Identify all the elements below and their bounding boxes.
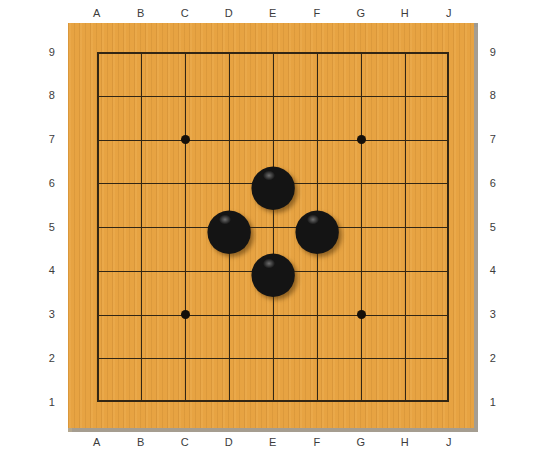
black-stone-d5: ● xyxy=(207,205,251,249)
go-board: ●●●● xyxy=(68,23,474,428)
column-label-top-g: G xyxy=(350,7,372,20)
star-point-g7 xyxy=(357,135,366,144)
grid-line-vertical xyxy=(405,52,406,402)
row-label-left-2: 2 xyxy=(41,352,63,365)
row-label-right-4: 4 xyxy=(482,264,504,277)
row-label-right-6: 6 xyxy=(482,177,504,190)
grid-line-vertical xyxy=(361,52,362,402)
row-label-right-1: 1 xyxy=(482,396,504,409)
grid-line-vertical xyxy=(447,52,449,402)
row-label-left-8: 8 xyxy=(41,89,63,102)
column-label-top-h: H xyxy=(394,7,416,20)
column-label-top-b: B xyxy=(130,7,152,20)
grid-line-horizontal xyxy=(97,227,449,228)
grid-line-horizontal xyxy=(97,400,449,402)
stone-highlight xyxy=(261,257,277,270)
black-stone-e6: ● xyxy=(251,161,295,205)
row-label-right-5: 5 xyxy=(482,221,504,234)
row-label-left-6: 6 xyxy=(41,177,63,190)
column-label-top-c: C xyxy=(174,7,196,20)
black-stone-e4: ● xyxy=(251,249,295,293)
column-label-bottom-c: C xyxy=(174,436,196,449)
column-label-bottom-j: J xyxy=(438,436,460,449)
stone-highlight xyxy=(305,213,321,226)
row-label-left-3: 3 xyxy=(41,308,63,321)
grid-line-horizontal xyxy=(97,315,449,316)
column-label-bottom-d: D xyxy=(218,436,240,449)
star-point-c7 xyxy=(181,135,190,144)
star-point-g3 xyxy=(357,310,366,319)
black-stone-f5: ● xyxy=(295,205,339,249)
column-label-bottom-h: H xyxy=(394,436,416,449)
column-label-bottom-g: G xyxy=(350,436,372,449)
column-label-top-e: E xyxy=(262,7,284,20)
go-diagram: ●●●● AABBCCDDEEFFGGHHJJ99887766554433221… xyxy=(0,0,550,458)
grid-line-horizontal xyxy=(97,358,449,359)
row-label-left-1: 1 xyxy=(41,396,63,409)
column-label-top-j: J xyxy=(438,7,460,20)
column-label-bottom-e: E xyxy=(262,436,284,449)
row-label-right-7: 7 xyxy=(482,133,504,146)
row-label-right-9: 9 xyxy=(482,46,504,59)
row-label-right-3: 3 xyxy=(482,308,504,321)
column-label-bottom-b: B xyxy=(130,436,152,449)
column-label-top-a: A xyxy=(86,7,108,20)
row-label-left-5: 5 xyxy=(41,221,63,234)
stone-highlight xyxy=(261,169,277,182)
column-label-bottom-a: A xyxy=(86,436,108,449)
board-grid xyxy=(97,52,449,402)
column-label-top-d: D xyxy=(218,7,240,20)
column-label-top-f: F xyxy=(306,7,328,20)
row-label-right-8: 8 xyxy=(482,89,504,102)
stone-highlight xyxy=(217,213,233,226)
row-label-left-9: 9 xyxy=(41,46,63,59)
row-label-left-4: 4 xyxy=(41,264,63,277)
star-point-c3 xyxy=(181,310,190,319)
column-label-bottom-f: F xyxy=(306,436,328,449)
row-label-left-7: 7 xyxy=(41,133,63,146)
row-label-right-2: 2 xyxy=(482,352,504,365)
